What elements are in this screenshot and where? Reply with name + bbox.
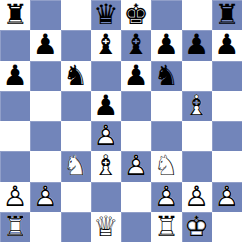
piece-glyph: ♝	[91, 30, 121, 60]
white-pawn-a2[interactable]: ♟♙	[0, 182, 30, 212]
square-e5[interactable]	[121, 91, 151, 121]
square-c8[interactable]	[61, 0, 91, 30]
piece-glyph: ♜	[0, 0, 30, 30]
square-a3[interactable]	[0, 151, 30, 181]
piece-outline-layer: ♙	[0, 182, 30, 212]
piece-glyph: ♟	[121, 61, 151, 91]
black-pawn-g7[interactable]: ♟	[182, 30, 212, 60]
square-g1[interactable]: ♚♔	[182, 212, 212, 242]
white-pawn-d4[interactable]: ♟♙	[91, 121, 121, 151]
square-h6[interactable]	[212, 61, 242, 91]
square-g2[interactable]: ♟♙	[182, 182, 212, 212]
square-e1[interactable]	[121, 212, 151, 242]
square-f4[interactable]	[151, 121, 181, 151]
piece-outline-layer: ♔	[182, 212, 212, 242]
square-e2[interactable]	[121, 182, 151, 212]
piece-outline-layer: ♙	[182, 182, 212, 212]
square-c2[interactable]	[61, 182, 91, 212]
black-rook-h8[interactable]: ♜	[212, 0, 242, 30]
piece-glyph: ♝	[121, 30, 151, 60]
piece-glyph: ♟	[0, 61, 30, 91]
square-d6[interactable]	[91, 61, 121, 91]
square-c1[interactable]	[61, 212, 91, 242]
piece-outline-layer: ♖	[151, 212, 181, 242]
piece-outline-layer: ♘	[61, 151, 91, 181]
square-f1[interactable]: ♜♖	[151, 212, 181, 242]
square-g6[interactable]	[182, 61, 212, 91]
square-d3[interactable]: ♝♗	[91, 151, 121, 181]
black-pawn-b7[interactable]: ♟	[30, 30, 60, 60]
white-bishop-d3[interactable]: ♝♗	[91, 151, 121, 181]
square-g7[interactable]: ♟	[182, 30, 212, 60]
square-d1[interactable]: ♛♕	[91, 212, 121, 242]
square-d8[interactable]: ♛	[91, 0, 121, 30]
square-a5[interactable]	[0, 91, 30, 121]
square-h3[interactable]	[212, 151, 242, 181]
square-c4[interactable]	[61, 121, 91, 151]
piece-outline-layer: ♙	[212, 182, 242, 212]
piece-outline-layer: ♖	[0, 212, 30, 242]
piece-outline-layer: ♙	[30, 182, 60, 212]
piece-outline-layer: ♙	[121, 151, 151, 181]
black-pawn-d5[interactable]: ♟	[91, 91, 121, 121]
piece-glyph: ♜	[212, 0, 242, 30]
square-g4[interactable]	[182, 121, 212, 151]
piece-glyph: ♟	[212, 30, 242, 60]
square-a6[interactable]: ♟	[0, 61, 30, 91]
piece-outline-layer: ♗	[91, 151, 121, 181]
square-a2[interactable]: ♟♙	[0, 182, 30, 212]
square-c5[interactable]	[61, 91, 91, 121]
square-a7[interactable]	[0, 30, 30, 60]
square-b8[interactable]	[30, 0, 60, 30]
square-c3[interactable]: ♞♘	[61, 151, 91, 181]
square-g8[interactable]	[182, 0, 212, 30]
square-d7[interactable]: ♝	[91, 30, 121, 60]
white-knight-c3[interactable]: ♞♘	[61, 151, 91, 181]
piece-glyph: ♚	[121, 0, 151, 30]
white-pawn-e3[interactable]: ♟♙	[121, 151, 151, 181]
piece-glyph: ♞	[61, 61, 91, 91]
square-f3[interactable]: ♞♘	[151, 151, 181, 181]
black-knight-f6[interactable]: ♞	[151, 61, 181, 91]
white-rook-f1[interactable]: ♜♖	[151, 212, 181, 242]
square-d5[interactable]: ♟	[91, 91, 121, 121]
black-pawn-h7[interactable]: ♟	[212, 30, 242, 60]
chess-board: ♜♛♚♜♟♝♝♟♟♟♟♞♟♞♟♝♗♟♙♞♘♝♗♟♙♞♘♟♙♟♙♟♙♟♙♟♙♜♖♛…	[0, 0, 242, 242]
square-f7[interactable]: ♟	[151, 30, 181, 60]
square-f8[interactable]	[151, 0, 181, 30]
square-h1[interactable]	[212, 212, 242, 242]
square-b3[interactable]	[30, 151, 60, 181]
piece-outline-layer: ♗	[182, 91, 212, 121]
square-a8[interactable]: ♜	[0, 0, 30, 30]
square-f6[interactable]: ♞	[151, 61, 181, 91]
square-c6[interactable]: ♞	[61, 61, 91, 91]
white-king-g1[interactable]: ♚♔	[182, 212, 212, 242]
black-pawn-a6[interactable]: ♟	[0, 61, 30, 91]
square-h5[interactable]	[212, 91, 242, 121]
white-pawn-g2[interactable]: ♟♙	[182, 182, 212, 212]
piece-glyph: ♞	[151, 61, 181, 91]
piece-glyph: ♟	[151, 30, 181, 60]
white-rook-a1[interactable]: ♜♖	[0, 212, 30, 242]
square-a4[interactable]	[0, 121, 30, 151]
square-c7[interactable]	[61, 30, 91, 60]
black-queen-d8[interactable]: ♛	[91, 0, 121, 30]
square-d4[interactable]: ♟♙	[91, 121, 121, 151]
black-knight-c6[interactable]: ♞	[61, 61, 91, 91]
square-g5[interactable]: ♝♗	[182, 91, 212, 121]
square-b4[interactable]	[30, 121, 60, 151]
white-pawn-b2[interactable]: ♟♙	[30, 182, 60, 212]
square-d2[interactable]	[91, 182, 121, 212]
square-b7[interactable]: ♟	[30, 30, 60, 60]
piece-outline-layer: ♙	[151, 182, 181, 212]
piece-glyph: ♟	[182, 30, 212, 60]
square-e8[interactable]: ♚	[121, 0, 151, 30]
square-h4[interactable]	[212, 121, 242, 151]
black-bishop-d7[interactable]: ♝	[91, 30, 121, 60]
piece-outline-layer: ♙	[91, 121, 121, 151]
square-e4[interactable]	[121, 121, 151, 151]
square-b2[interactable]: ♟♙	[30, 182, 60, 212]
piece-glyph: ♟	[30, 30, 60, 60]
square-f5[interactable]	[151, 91, 181, 121]
square-b1[interactable]	[30, 212, 60, 242]
square-h8[interactable]: ♜	[212, 0, 242, 30]
white-queen-d1[interactable]: ♛♕	[91, 212, 121, 242]
piece-outline-layer: ♘	[151, 151, 181, 181]
white-pawn-f2[interactable]: ♟♙	[151, 182, 181, 212]
black-rook-a8[interactable]: ♜	[0, 0, 30, 30]
square-b6[interactable]	[30, 61, 60, 91]
square-e7[interactable]: ♝	[121, 30, 151, 60]
square-a1[interactable]: ♜♖	[0, 212, 30, 242]
white-bishop-g5[interactable]: ♝♗	[182, 91, 212, 121]
square-b5[interactable]	[30, 91, 60, 121]
piece-glyph: ♟	[91, 91, 121, 121]
square-f2[interactable]: ♟♙	[151, 182, 181, 212]
square-h2[interactable]: ♟♙	[212, 182, 242, 212]
square-e6[interactable]: ♟	[121, 61, 151, 91]
square-h7[interactable]: ♟	[212, 30, 242, 60]
square-g3[interactable]	[182, 151, 212, 181]
piece-glyph: ♛	[91, 0, 121, 30]
black-pawn-e6[interactable]: ♟	[121, 61, 151, 91]
white-pawn-h2[interactable]: ♟♙	[212, 182, 242, 212]
black-king-e8[interactable]: ♚	[121, 0, 151, 30]
square-e3[interactable]: ♟♙	[121, 151, 151, 181]
white-knight-f3[interactable]: ♞♘	[151, 151, 181, 181]
black-pawn-f7[interactable]: ♟	[151, 30, 181, 60]
piece-outline-layer: ♕	[91, 212, 121, 242]
black-bishop-e7[interactable]: ♝	[121, 30, 151, 60]
